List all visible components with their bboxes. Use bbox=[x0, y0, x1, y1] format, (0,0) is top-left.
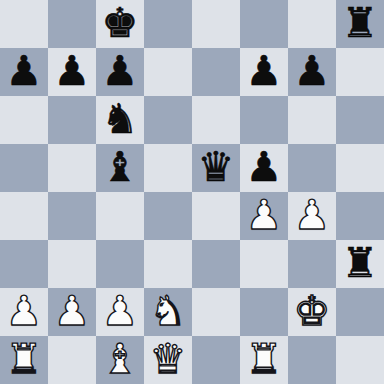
square-a1[interactable]: ♜ bbox=[0, 336, 48, 384]
square-a8[interactable] bbox=[0, 0, 48, 48]
square-a7[interactable]: ♟ bbox=[0, 48, 48, 96]
square-b2[interactable]: ♟ bbox=[48, 288, 96, 336]
piece-black-rook[interactable]: ♜ bbox=[342, 0, 379, 47]
piece-white-knight[interactable]: ♞ bbox=[150, 288, 187, 335]
square-d8[interactable] bbox=[144, 0, 192, 48]
square-b6[interactable] bbox=[48, 96, 96, 144]
square-f7[interactable]: ♟ bbox=[240, 48, 288, 96]
square-a2[interactable]: ♟ bbox=[0, 288, 48, 336]
piece-white-bishop[interactable]: ♝ bbox=[102, 336, 139, 383]
square-h2[interactable] bbox=[336, 288, 384, 336]
square-e4[interactable] bbox=[192, 192, 240, 240]
square-f4[interactable]: ♟ bbox=[240, 192, 288, 240]
square-a5[interactable] bbox=[0, 144, 48, 192]
piece-black-rook[interactable]: ♜ bbox=[342, 240, 379, 287]
piece-black-pawn[interactable]: ♟ bbox=[102, 48, 139, 95]
square-h7[interactable] bbox=[336, 48, 384, 96]
piece-black-pawn[interactable]: ♟ bbox=[6, 48, 43, 95]
square-g2[interactable]: ♚ bbox=[288, 288, 336, 336]
square-g5[interactable] bbox=[288, 144, 336, 192]
square-a6[interactable] bbox=[0, 96, 48, 144]
square-f1[interactable]: ♜ bbox=[240, 336, 288, 384]
square-f8[interactable] bbox=[240, 0, 288, 48]
square-c1[interactable]: ♝ bbox=[96, 336, 144, 384]
chess-board: ♚♜♟♟♟♟♟♞♝♛♟♟♟♜♟♟♟♞♚♜♝♛♜ bbox=[0, 0, 384, 384]
square-e7[interactable] bbox=[192, 48, 240, 96]
square-b7[interactable]: ♟ bbox=[48, 48, 96, 96]
piece-black-queen[interactable]: ♛ bbox=[198, 144, 235, 191]
square-b3[interactable] bbox=[48, 240, 96, 288]
piece-black-bishop[interactable]: ♝ bbox=[102, 144, 139, 191]
square-h5[interactable] bbox=[336, 144, 384, 192]
square-e2[interactable] bbox=[192, 288, 240, 336]
piece-white-pawn[interactable]: ♟ bbox=[294, 192, 331, 239]
piece-white-pawn[interactable]: ♟ bbox=[6, 288, 43, 335]
piece-black-pawn[interactable]: ♟ bbox=[246, 144, 283, 191]
square-d5[interactable] bbox=[144, 144, 192, 192]
square-d4[interactable] bbox=[144, 192, 192, 240]
square-c4[interactable] bbox=[96, 192, 144, 240]
square-h3[interactable]: ♜ bbox=[336, 240, 384, 288]
square-f3[interactable] bbox=[240, 240, 288, 288]
piece-white-rook[interactable]: ♜ bbox=[6, 336, 43, 383]
square-c8[interactable]: ♚ bbox=[96, 0, 144, 48]
square-d3[interactable] bbox=[144, 240, 192, 288]
square-c2[interactable]: ♟ bbox=[96, 288, 144, 336]
square-b4[interactable] bbox=[48, 192, 96, 240]
square-d6[interactable] bbox=[144, 96, 192, 144]
square-f6[interactable] bbox=[240, 96, 288, 144]
square-b5[interactable] bbox=[48, 144, 96, 192]
square-g4[interactable]: ♟ bbox=[288, 192, 336, 240]
square-b8[interactable] bbox=[48, 0, 96, 48]
piece-black-pawn[interactable]: ♟ bbox=[54, 48, 91, 95]
square-d2[interactable]: ♞ bbox=[144, 288, 192, 336]
square-h6[interactable] bbox=[336, 96, 384, 144]
square-e5[interactable]: ♛ bbox=[192, 144, 240, 192]
square-g3[interactable] bbox=[288, 240, 336, 288]
square-h8[interactable]: ♜ bbox=[336, 0, 384, 48]
square-c6[interactable]: ♞ bbox=[96, 96, 144, 144]
square-g6[interactable] bbox=[288, 96, 336, 144]
square-g7[interactable]: ♟ bbox=[288, 48, 336, 96]
piece-black-pawn[interactable]: ♟ bbox=[294, 48, 331, 95]
square-e3[interactable] bbox=[192, 240, 240, 288]
piece-white-pawn[interactable]: ♟ bbox=[246, 192, 283, 239]
piece-white-pawn[interactable]: ♟ bbox=[102, 288, 139, 335]
piece-white-pawn[interactable]: ♟ bbox=[54, 288, 91, 335]
piece-white-queen[interactable]: ♛ bbox=[150, 336, 187, 383]
square-b1[interactable] bbox=[48, 336, 96, 384]
piece-black-pawn[interactable]: ♟ bbox=[246, 48, 283, 95]
square-g1[interactable] bbox=[288, 336, 336, 384]
square-g8[interactable] bbox=[288, 0, 336, 48]
square-d1[interactable]: ♛ bbox=[144, 336, 192, 384]
square-e8[interactable] bbox=[192, 0, 240, 48]
square-c5[interactable]: ♝ bbox=[96, 144, 144, 192]
piece-black-knight[interactable]: ♞ bbox=[102, 96, 139, 143]
square-f2[interactable] bbox=[240, 288, 288, 336]
piece-white-king[interactable]: ♚ bbox=[294, 288, 331, 335]
square-c7[interactable]: ♟ bbox=[96, 48, 144, 96]
piece-black-king[interactable]: ♚ bbox=[102, 0, 139, 47]
square-h4[interactable] bbox=[336, 192, 384, 240]
piece-white-rook[interactable]: ♜ bbox=[246, 336, 283, 383]
square-d7[interactable] bbox=[144, 48, 192, 96]
square-f5[interactable]: ♟ bbox=[240, 144, 288, 192]
square-c3[interactable] bbox=[96, 240, 144, 288]
square-a3[interactable] bbox=[0, 240, 48, 288]
square-e6[interactable] bbox=[192, 96, 240, 144]
square-a4[interactable] bbox=[0, 192, 48, 240]
square-e1[interactable] bbox=[192, 336, 240, 384]
square-h1[interactable] bbox=[336, 336, 384, 384]
